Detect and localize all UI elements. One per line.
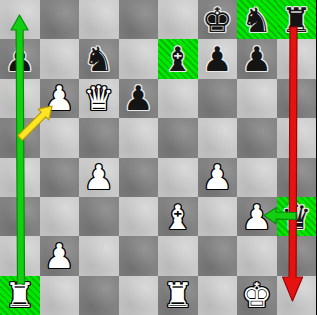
square-h2[interactable] xyxy=(277,236,317,275)
square-d4[interactable] xyxy=(119,158,159,197)
square-f3[interactable] xyxy=(198,197,238,236)
square-g4[interactable] xyxy=(237,158,277,197)
square-b4[interactable] xyxy=(40,158,80,197)
square-c1[interactable] xyxy=(79,276,119,315)
square-b7[interactable] xyxy=(40,39,80,78)
square-e4[interactable] xyxy=(158,158,198,197)
square-f5[interactable] xyxy=(198,118,238,157)
square-f2[interactable] xyxy=(198,236,238,275)
square-b8[interactable] xyxy=(40,0,80,39)
square-d7[interactable] xyxy=(119,39,159,78)
square-g8[interactable]: ♞ xyxy=(237,0,277,39)
square-c7[interactable]: ♞ xyxy=(79,39,119,78)
square-h5[interactable] xyxy=(277,118,317,157)
black-pawn-a7[interactable]: ♟ xyxy=(0,39,40,78)
black-bishop-e7[interactable]: ♝ xyxy=(158,39,198,78)
square-e3[interactable]: ♝ xyxy=(158,197,198,236)
square-h4[interactable] xyxy=(277,158,317,197)
square-c6[interactable]: ♛ xyxy=(79,79,119,118)
white-pawn-b6[interactable]: ♟ xyxy=(40,79,80,118)
square-c2[interactable] xyxy=(79,236,119,275)
square-c3[interactable] xyxy=(79,197,119,236)
square-b3[interactable] xyxy=(40,197,80,236)
square-a5[interactable] xyxy=(0,118,40,157)
square-a1[interactable]: ♜ xyxy=(0,276,40,315)
square-e5[interactable] xyxy=(158,118,198,157)
black-pawn-f7[interactable]: ♟ xyxy=(198,39,238,78)
white-pawn-b2[interactable]: ♟ xyxy=(40,236,80,275)
white-king-g1[interactable]: ♚ xyxy=(237,276,277,315)
chess-board: ♚♞♜♟♞♝♟♟♟♛♟♟♟♝♟♛♟♜♜♚ xyxy=(0,0,316,315)
square-a3[interactable] xyxy=(0,197,40,236)
square-b2[interactable]: ♟ xyxy=(40,236,80,275)
white-pawn-g3[interactable]: ♟ xyxy=(237,197,277,236)
square-a8[interactable] xyxy=(0,0,40,39)
square-h1[interactable] xyxy=(277,276,317,315)
square-g3[interactable]: ♟ xyxy=(237,197,277,236)
square-d8[interactable] xyxy=(119,0,159,39)
square-d2[interactable] xyxy=(119,236,159,275)
white-pawn-f4[interactable]: ♟ xyxy=(198,158,238,197)
black-queen-h3[interactable]: ♛ xyxy=(277,197,317,236)
black-rook-h8[interactable]: ♜ xyxy=(277,0,317,39)
white-bishop-e3[interactable]: ♝ xyxy=(158,197,198,236)
black-knight-g8[interactable]: ♞ xyxy=(237,0,277,39)
square-f7[interactable]: ♟ xyxy=(198,39,238,78)
square-b5[interactable] xyxy=(40,118,80,157)
square-h8[interactable]: ♜ xyxy=(277,0,317,39)
black-king-f8[interactable]: ♚ xyxy=(198,0,238,39)
square-h6[interactable] xyxy=(277,79,317,118)
square-h7[interactable] xyxy=(277,39,317,78)
square-d1[interactable] xyxy=(119,276,159,315)
square-a6[interactable] xyxy=(0,79,40,118)
black-pawn-g7[interactable]: ♟ xyxy=(237,39,277,78)
chess-board-screenshot: ♚♞♜♟♞♝♟♟♟♛♟♟♟♝♟♛♟♜♜♚ xyxy=(0,0,316,315)
white-rook-e1[interactable]: ♜ xyxy=(158,276,198,315)
square-d5[interactable] xyxy=(119,118,159,157)
black-knight-c7[interactable]: ♞ xyxy=(79,39,119,78)
square-e2[interactable] xyxy=(158,236,198,275)
white-rook-a1[interactable]: ♜ xyxy=(0,276,40,315)
square-a2[interactable] xyxy=(0,236,40,275)
square-b6[interactable]: ♟ xyxy=(40,79,80,118)
square-e6[interactable] xyxy=(158,79,198,118)
square-g7[interactable]: ♟ xyxy=(237,39,277,78)
square-e7[interactable]: ♝ xyxy=(158,39,198,78)
white-pawn-c4[interactable]: ♟ xyxy=(79,158,119,197)
square-f8[interactable]: ♚ xyxy=(198,0,238,39)
square-g6[interactable] xyxy=(237,79,277,118)
square-c4[interactable]: ♟ xyxy=(79,158,119,197)
square-h3[interactable]: ♛ xyxy=(277,197,317,236)
square-f6[interactable] xyxy=(198,79,238,118)
square-f1[interactable] xyxy=(198,276,238,315)
square-g5[interactable] xyxy=(237,118,277,157)
square-e8[interactable] xyxy=(158,0,198,39)
square-d3[interactable] xyxy=(119,197,159,236)
square-c8[interactable] xyxy=(79,0,119,39)
square-c5[interactable] xyxy=(79,118,119,157)
square-f4[interactable]: ♟ xyxy=(198,158,238,197)
square-a4[interactable] xyxy=(0,158,40,197)
square-g2[interactable] xyxy=(237,236,277,275)
white-queen-c6[interactable]: ♛ xyxy=(79,79,119,118)
square-g1[interactable]: ♚ xyxy=(237,276,277,315)
square-d6[interactable]: ♟ xyxy=(119,79,159,118)
square-e1[interactable]: ♜ xyxy=(158,276,198,315)
square-b1[interactable] xyxy=(40,276,80,315)
black-pawn-d6[interactable]: ♟ xyxy=(119,79,159,118)
square-a7[interactable]: ♟ xyxy=(0,39,40,78)
